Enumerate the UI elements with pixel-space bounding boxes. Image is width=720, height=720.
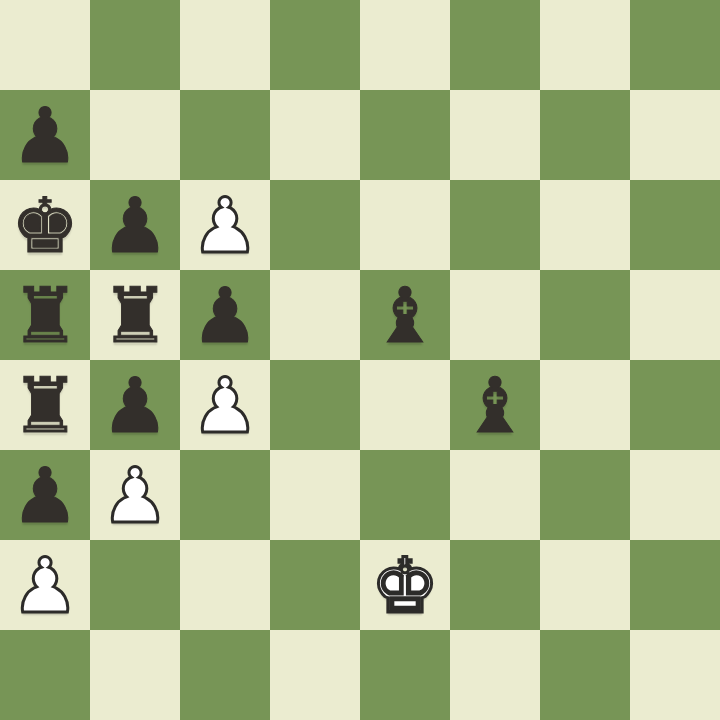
- square-e8[interactable]: [360, 0, 450, 90]
- square-b2[interactable]: [90, 540, 180, 630]
- square-g6[interactable]: [540, 180, 630, 270]
- square-d3[interactable]: [270, 450, 360, 540]
- square-h4[interactable]: [630, 360, 720, 450]
- square-g1[interactable]: [540, 630, 630, 720]
- square-c5[interactable]: ♟: [180, 270, 270, 360]
- black-rook[interactable]: ♜: [101, 271, 169, 361]
- square-d6[interactable]: [270, 180, 360, 270]
- square-c2[interactable]: [180, 540, 270, 630]
- square-h7[interactable]: [630, 90, 720, 180]
- square-d7[interactable]: [270, 90, 360, 180]
- square-f5[interactable]: [450, 270, 540, 360]
- square-g5[interactable]: [540, 270, 630, 360]
- black-pawn[interactable]: ♟: [101, 361, 169, 451]
- square-h2[interactable]: [630, 540, 720, 630]
- white-pawn[interactable]: ♟: [11, 541, 79, 631]
- square-e1[interactable]: [360, 630, 450, 720]
- square-a6[interactable]: ♚: [0, 180, 90, 270]
- square-a5[interactable]: ♜: [0, 270, 90, 360]
- white-pawn[interactable]: ♟: [191, 361, 259, 451]
- square-d2[interactable]: [270, 540, 360, 630]
- square-f1[interactable]: [450, 630, 540, 720]
- square-g2[interactable]: [540, 540, 630, 630]
- black-pawn[interactable]: ♟: [191, 271, 259, 361]
- square-f7[interactable]: [450, 90, 540, 180]
- square-h6[interactable]: [630, 180, 720, 270]
- square-b7[interactable]: [90, 90, 180, 180]
- square-b5[interactable]: ♜: [90, 270, 180, 360]
- square-e2[interactable]: ♚: [360, 540, 450, 630]
- square-a2[interactable]: ♟: [0, 540, 90, 630]
- square-a7[interactable]: ♟: [0, 90, 90, 180]
- black-pawn[interactable]: ♟: [11, 451, 79, 541]
- square-e5[interactable]: ♝: [360, 270, 450, 360]
- black-bishop[interactable]: ♝: [371, 271, 439, 361]
- square-h8[interactable]: [630, 0, 720, 90]
- square-e4[interactable]: [360, 360, 450, 450]
- square-b3[interactable]: ♟: [90, 450, 180, 540]
- square-b4[interactable]: ♟: [90, 360, 180, 450]
- square-f2[interactable]: [450, 540, 540, 630]
- black-bishop[interactable]: ♝: [461, 361, 529, 451]
- square-a3[interactable]: ♟: [0, 450, 90, 540]
- square-c7[interactable]: [180, 90, 270, 180]
- square-g7[interactable]: [540, 90, 630, 180]
- black-king[interactable]: ♚: [11, 181, 79, 271]
- square-c3[interactable]: [180, 450, 270, 540]
- square-g8[interactable]: [540, 0, 630, 90]
- white-pawn[interactable]: ♟: [101, 451, 169, 541]
- square-d8[interactable]: [270, 0, 360, 90]
- square-h5[interactable]: [630, 270, 720, 360]
- square-a1[interactable]: [0, 630, 90, 720]
- square-a4[interactable]: ♜: [0, 360, 90, 450]
- square-h1[interactable]: [630, 630, 720, 720]
- square-f3[interactable]: [450, 450, 540, 540]
- square-c8[interactable]: [180, 0, 270, 90]
- square-c6[interactable]: ♟: [180, 180, 270, 270]
- square-f6[interactable]: [450, 180, 540, 270]
- square-g4[interactable]: [540, 360, 630, 450]
- black-pawn[interactable]: ♟: [101, 181, 169, 271]
- square-g3[interactable]: [540, 450, 630, 540]
- white-king[interactable]: ♚: [371, 541, 439, 631]
- square-b8[interactable]: [90, 0, 180, 90]
- square-a8[interactable]: [0, 0, 90, 90]
- square-d1[interactable]: [270, 630, 360, 720]
- square-c4[interactable]: ♟: [180, 360, 270, 450]
- square-d5[interactable]: [270, 270, 360, 360]
- square-d4[interactable]: [270, 360, 360, 450]
- black-rook[interactable]: ♜: [11, 361, 79, 451]
- square-f4[interactable]: ♝: [450, 360, 540, 450]
- square-b1[interactable]: [90, 630, 180, 720]
- square-e6[interactable]: [360, 180, 450, 270]
- square-e7[interactable]: [360, 90, 450, 180]
- square-c1[interactable]: [180, 630, 270, 720]
- chess-board[interactable]: ♟♚♟♟♜♜♟♝♜♟♟♝♟♟♟♚: [0, 0, 720, 720]
- white-pawn[interactable]: ♟: [191, 181, 259, 271]
- square-f8[interactable]: [450, 0, 540, 90]
- square-e3[interactable]: [360, 450, 450, 540]
- square-b6[interactable]: ♟: [90, 180, 180, 270]
- square-h3[interactable]: [630, 450, 720, 540]
- black-rook[interactable]: ♜: [11, 271, 79, 361]
- black-pawn[interactable]: ♟: [11, 91, 79, 181]
